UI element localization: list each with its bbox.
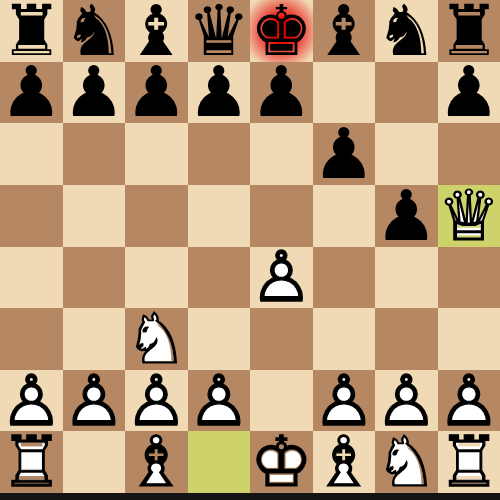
square-c6[interactable]: [125, 123, 188, 185]
white-piece-outline-glyph: ♖: [0, 431, 63, 493]
square-g4[interactable]: [375, 247, 438, 309]
white-piece-outline-glyph: ♕: [438, 185, 500, 247]
square-c7[interactable]: ♟: [125, 62, 188, 124]
square-e4[interactable]: ♟♙: [250, 247, 313, 309]
square-a7[interactable]: ♟: [0, 62, 63, 124]
black-piece-fill-glyph: ♟: [375, 185, 438, 247]
white-piece-outline-glyph: ♙: [250, 247, 313, 309]
square-a5[interactable]: [0, 185, 63, 247]
piece-bB-f8[interactable]: ♝: [313, 0, 376, 62]
piece-bP-e7[interactable]: ♟: [250, 62, 313, 124]
piece-bP-h7[interactable]: ♟: [438, 62, 500, 124]
piece-wQ-h5[interactable]: ♛♕: [438, 185, 500, 247]
black-piece-fill-glyph: ♟: [0, 62, 63, 124]
square-f4[interactable]: [313, 247, 376, 309]
piece-bN-g8[interactable]: ♞: [375, 0, 438, 62]
black-piece-fill-glyph: ♟: [313, 123, 376, 185]
square-g7[interactable]: [375, 62, 438, 124]
piece-wN-g1[interactable]: ♞♘: [375, 431, 438, 493]
black-piece-fill-glyph: ♟: [188, 62, 251, 124]
piece-wP-b2[interactable]: ♟♙: [63, 370, 126, 432]
square-h1[interactable]: ♜♖: [438, 431, 500, 493]
white-piece-outline-glyph: ♖: [438, 431, 500, 493]
square-b1[interactable]: [63, 431, 126, 493]
square-g8[interactable]: ♞: [375, 0, 438, 62]
white-piece-outline-glyph: ♗: [125, 431, 188, 493]
piece-wR-a1[interactable]: ♜♖: [0, 431, 63, 493]
white-piece-outline-glyph: ♙: [188, 370, 251, 432]
black-piece-fill-glyph: ♟: [438, 62, 500, 124]
square-b6[interactable]: [63, 123, 126, 185]
square-f8[interactable]: ♝: [313, 0, 376, 62]
white-piece-outline-glyph: ♗: [313, 431, 376, 493]
square-g5[interactable]: ♟: [375, 185, 438, 247]
chess-app-screen: ♜♞♝♛♚♝♞♜♟♟♟♟♟♟♟♟♛♕♟♙♞♘♟♙♟♙♟♙♟♙♟♙♟♙♟♙♜♖♝♗…: [0, 0, 500, 500]
square-d5[interactable]: [188, 185, 251, 247]
square-c1[interactable]: ♝♗: [125, 431, 188, 493]
piece-bP-g5[interactable]: ♟: [375, 185, 438, 247]
black-piece-fill-glyph: ♟: [63, 62, 126, 124]
square-e3[interactable]: [250, 308, 313, 370]
square-d1[interactable]: [188, 431, 251, 493]
piece-bP-c7[interactable]: ♟: [125, 62, 188, 124]
square-b5[interactable]: [63, 185, 126, 247]
piece-wP-e4[interactable]: ♟♙: [250, 247, 313, 309]
square-d7[interactable]: ♟: [188, 62, 251, 124]
piece-wB-c1[interactable]: ♝♗: [125, 431, 188, 493]
white-piece-outline-glyph: ♙: [63, 370, 126, 432]
square-b4[interactable]: [63, 247, 126, 309]
square-e6[interactable]: [250, 123, 313, 185]
square-c5[interactable]: [125, 185, 188, 247]
black-piece-fill-glyph: ♝: [313, 0, 376, 62]
piece-wR-h1[interactable]: ♜♖: [438, 431, 500, 493]
piece-bP-a7[interactable]: ♟: [0, 62, 63, 124]
piece-bP-d7[interactable]: ♟: [188, 62, 251, 124]
square-a6[interactable]: [0, 123, 63, 185]
square-g1[interactable]: ♞♘: [375, 431, 438, 493]
square-a1[interactable]: ♜♖: [0, 431, 63, 493]
white-piece-outline-glyph: ♘: [375, 431, 438, 493]
square-f1[interactable]: ♝♗: [313, 431, 376, 493]
square-a4[interactable]: [0, 247, 63, 309]
square-e1[interactable]: ♚♔: [250, 431, 313, 493]
piece-wP-d2[interactable]: ♟♙: [188, 370, 251, 432]
square-d6[interactable]: [188, 123, 251, 185]
square-h5[interactable]: ♛♕: [438, 185, 500, 247]
white-piece-outline-glyph: ♔: [250, 431, 313, 493]
piece-wK-e1[interactable]: ♚♔: [250, 431, 313, 493]
square-d2[interactable]: ♟♙: [188, 370, 251, 432]
black-piece-fill-glyph: ♞: [375, 0, 438, 62]
chess-board: ♜♞♝♛♚♝♞♜♟♟♟♟♟♟♟♟♛♕♟♙♞♘♟♙♟♙♟♙♟♙♟♙♟♙♟♙♜♖♝♗…: [0, 0, 500, 493]
piece-wB-f1[interactable]: ♝♗: [313, 431, 376, 493]
square-f6[interactable]: ♟: [313, 123, 376, 185]
square-h7[interactable]: ♟: [438, 62, 500, 124]
square-b7[interactable]: ♟: [63, 62, 126, 124]
black-piece-fill-glyph: ♟: [250, 62, 313, 124]
piece-bP-b7[interactable]: ♟: [63, 62, 126, 124]
square-f5[interactable]: [313, 185, 376, 247]
black-piece-fill-glyph: ♟: [125, 62, 188, 124]
square-b2[interactable]: ♟♙: [63, 370, 126, 432]
piece-bP-f6[interactable]: ♟: [313, 123, 376, 185]
square-e7[interactable]: ♟: [250, 62, 313, 124]
square-h4[interactable]: [438, 247, 500, 309]
square-d4[interactable]: [188, 247, 251, 309]
